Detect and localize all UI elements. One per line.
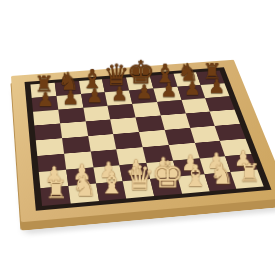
square-h5[interactable] bbox=[210, 110, 240, 126]
board-wooden-frame: ♜♞♝♛♚♝♞♜♟♟♟♟♟♟♟♟♟♟♟♟♟♟♟♟♜♞♝♛♚♝♞♜ bbox=[11, 60, 275, 223]
square-e6[interactable] bbox=[132, 102, 160, 118]
square-e4[interactable] bbox=[139, 130, 169, 147]
photo-scene: ♜♞♝♛♚♝♞♜♟♟♟♟♟♟♟♟♟♟♟♟♟♟♟♟♜♞♝♛♚♝♞♜ bbox=[0, 0, 275, 275]
square-e5[interactable] bbox=[136, 116, 165, 132]
square-f5[interactable] bbox=[161, 114, 190, 130]
square-d5[interactable] bbox=[110, 118, 139, 135]
board-inner-border: ♜♞♝♛♚♝♞♜♟♟♟♟♟♟♟♟♟♟♟♟♟♟♟♟♜♞♝♛♚♝♞♜ bbox=[25, 67, 272, 211]
board-grid: ♜♞♝♛♚♝♞♜♟♟♟♟♟♟♟♟♟♟♟♟♟♟♟♟♜♞♝♛♚♝♞♜ bbox=[30, 70, 263, 206]
square-b4[interactable] bbox=[62, 136, 90, 153]
square-a4[interactable] bbox=[36, 138, 64, 156]
black-pawn[interactable]: ♟ bbox=[22, 89, 68, 108]
square-c4[interactable] bbox=[88, 134, 117, 151]
square-a1[interactable]: ♜ bbox=[40, 186, 70, 206]
white-rook[interactable]: ♜ bbox=[30, 177, 83, 202]
square-c5[interactable] bbox=[85, 120, 113, 137]
product-photo-chess-set: ♜♞♝♛♚♝♞♜♟♟♟♟♟♟♟♟♟♟♟♟♟♟♟♟♜♞♝♛♚♝♞♜ bbox=[0, 0, 275, 275]
chess-board: ♜♞♝♛♚♝♞♜♟♟♟♟♟♟♟♟♟♟♟♟♟♟♟♟♜♞♝♛♚♝♞♜ bbox=[11, 60, 275, 223]
